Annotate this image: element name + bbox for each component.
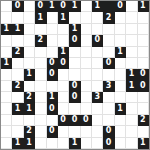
empty-cell-r12c1[interactable]: [1, 126, 12, 137]
empty-cell-r10c8[interactable]: [81, 103, 92, 114]
empty-cell-r13c6[interactable]: [58, 138, 69, 149]
clue-cell-r11c7: 0: [69, 115, 80, 126]
empty-cell-r3c9[interactable]: [92, 24, 103, 35]
clue-cell-r9c5: 1: [47, 92, 58, 103]
clue-cell-r13c2: 1: [12, 138, 23, 149]
empty-cell-r10c7[interactable]: [69, 103, 80, 114]
empty-cell-r1c3[interactable]: [24, 1, 35, 12]
empty-cell-r8c11[interactable]: [115, 81, 126, 92]
empty-cell-r12c7[interactable]: [69, 126, 80, 137]
empty-cell-r3c5[interactable]: [47, 24, 58, 35]
clue-cell-r11c6: 0: [58, 115, 69, 126]
empty-cell-r4c1[interactable]: [1, 35, 12, 46]
empty-cell-r1c12[interactable]: [126, 1, 137, 12]
clue-cell-r2c6: 1: [58, 12, 69, 23]
empty-cell-r5c3[interactable]: [24, 47, 35, 58]
clue-cell-r7c3: 1: [24, 69, 35, 80]
empty-cell-r12c8[interactable]: [81, 126, 92, 137]
clue-cell-r5c2: 2: [12, 47, 23, 58]
clue-cell-r4c4: 2: [35, 35, 46, 46]
empty-cell-r10c1[interactable]: [1, 103, 12, 114]
empty-cell-r3c4[interactable]: [35, 24, 46, 35]
empty-cell-r7c7[interactable]: [69, 69, 80, 80]
empty-cell-r11c4[interactable]: [35, 115, 46, 126]
clue-cell-r7c12: 1: [126, 69, 137, 80]
clue-cell-r3c2: 1: [12, 24, 23, 35]
empty-cell-r3c6[interactable]: [58, 24, 69, 35]
clue-cell-r13c13: 1: [138, 138, 149, 149]
empty-cell-r6c2[interactable]: [12, 58, 23, 69]
empty-cell-r3c3[interactable]: [24, 24, 35, 35]
clue-cell-r12c10: 0: [103, 126, 114, 137]
clue-cell-r1c7: 1: [69, 1, 80, 12]
empty-cell-r8c1[interactable]: [1, 81, 12, 92]
empty-cell-r8c3[interactable]: [24, 81, 35, 92]
empty-cell-r3c11[interactable]: [115, 24, 126, 35]
empty-cell-r13c4[interactable]: [35, 138, 46, 149]
empty-cell-r4c12[interactable]: [126, 35, 137, 46]
empty-cell-r13c12[interactable]: [126, 138, 137, 149]
empty-cell-r10c4[interactable]: [35, 103, 46, 114]
empty-cell-r4c11[interactable]: [115, 35, 126, 46]
clue-cell-r5c6: 1: [58, 47, 69, 58]
empty-cell-r12c6[interactable]: [58, 126, 69, 137]
empty-cell-r10c13[interactable]: [138, 103, 149, 114]
empty-cell-r12c2[interactable]: [12, 126, 23, 137]
empty-cell-r9c11[interactable]: [115, 92, 126, 103]
empty-cell-r4c10[interactable]: [103, 35, 114, 46]
empty-cell-r6c7[interactable]: [69, 58, 80, 69]
empty-cell-r7c4[interactable]: [35, 69, 46, 80]
empty-cell-r6c11[interactable]: [115, 58, 126, 69]
empty-cell-r11c11[interactable]: [115, 115, 126, 126]
clue-cell-r9c7: 0: [69, 92, 80, 103]
clue-cell-r6c10: 0: [103, 58, 114, 69]
clue-cell-r1c9: 1: [92, 1, 103, 12]
clue-cell-r1c5: 1: [47, 1, 58, 12]
empty-cell-r2c9[interactable]: [92, 12, 103, 23]
empty-cell-r7c8[interactable]: [81, 69, 92, 80]
empty-cell-r5c13[interactable]: [138, 47, 149, 58]
akari-board: 0010110111211120021110001010203102103110…: [0, 0, 150, 150]
empty-cell-r1c8[interactable]: [81, 1, 92, 12]
empty-cell-r6c3[interactable]: [24, 58, 35, 69]
wall-cell-r1c10: [103, 1, 114, 12]
clue-cell-r12c3: 2: [24, 126, 35, 137]
empty-cell-r7c10[interactable]: [103, 69, 114, 80]
empty-cell-r11c2[interactable]: [12, 115, 23, 126]
clue-cell-r7c5: 0: [47, 69, 58, 80]
empty-cell-r10c12[interactable]: [126, 103, 137, 114]
empty-cell-r2c2[interactable]: [12, 12, 23, 23]
empty-cell-r9c13[interactable]: [138, 92, 149, 103]
empty-cell-r11c3[interactable]: [24, 115, 35, 126]
empty-cell-r2c12[interactable]: [126, 12, 137, 23]
clue-cell-r1c11: 0: [115, 1, 126, 12]
empty-cell-r5c4[interactable]: [35, 47, 46, 58]
empty-cell-r9c4[interactable]: [35, 92, 46, 103]
clue-cell-r8c12: 1: [126, 81, 137, 92]
empty-cell-r6c9[interactable]: [92, 58, 103, 69]
clue-cell-r10c5: 0: [47, 103, 58, 114]
empty-cell-r9c12[interactable]: [126, 92, 137, 103]
clue-cell-r1c13: 1: [138, 1, 149, 12]
empty-cell-r9c8[interactable]: [81, 92, 92, 103]
clue-cell-r8c2: 2: [12, 81, 23, 92]
empty-cell-r2c11[interactable]: [115, 12, 126, 23]
empty-cell-r11c9[interactable]: [92, 115, 103, 126]
empty-cell-r2c8[interactable]: [81, 12, 92, 23]
clue-cell-r6c5: 0: [47, 58, 58, 69]
empty-cell-r3c13[interactable]: [138, 24, 149, 35]
empty-cell-r8c6[interactable]: [58, 81, 69, 92]
empty-cell-r12c13[interactable]: [138, 126, 149, 137]
empty-cell-r6c12[interactable]: [126, 58, 137, 69]
empty-cell-r2c1[interactable]: [1, 12, 12, 23]
empty-cell-r11c10[interactable]: [103, 115, 114, 126]
empty-cell-r5c10[interactable]: [103, 47, 114, 58]
clue-cell-r11c13: 2: [138, 115, 149, 126]
clue-cell-r2c4: 1: [35, 12, 46, 23]
empty-cell-r5c7[interactable]: [69, 47, 80, 58]
empty-cell-r8c9[interactable]: [92, 81, 103, 92]
empty-cell-r9c10[interactable]: [103, 92, 114, 103]
empty-cell-r8c8[interactable]: [81, 81, 92, 92]
clue-cell-r3c7: 1: [69, 24, 80, 35]
clue-cell-r13c7: 1: [69, 138, 80, 149]
empty-cell-r9c1[interactable]: [1, 92, 12, 103]
empty-cell-r6c4[interactable]: [35, 58, 46, 69]
empty-cell-r5c1[interactable]: [1, 47, 12, 58]
clue-cell-r2c10: 2: [103, 12, 114, 23]
empty-cell-r7c1[interactable]: [1, 69, 12, 80]
empty-cell-r2c13[interactable]: [138, 12, 149, 23]
empty-cell-r1c1[interactable]: [1, 1, 12, 12]
empty-cell-r12c9[interactable]: [92, 126, 103, 137]
clue-cell-r11c8: 0: [81, 115, 92, 126]
empty-cell-r12c11[interactable]: [115, 126, 126, 137]
clue-cell-r8c13: 0: [138, 81, 149, 92]
empty-cell-r7c6[interactable]: [58, 69, 69, 80]
empty-cell-r4c5[interactable]: [47, 35, 58, 46]
empty-cell-r5c8[interactable]: [81, 47, 92, 58]
empty-cell-r6c13[interactable]: [138, 58, 149, 69]
empty-cell-r5c9[interactable]: [92, 47, 103, 58]
clue-cell-r12c5: 0: [47, 126, 58, 137]
empty-cell-r10c10[interactable]: [103, 103, 114, 114]
empty-cell-r8c5[interactable]: [47, 81, 58, 92]
clue-cell-r10c2: 1: [12, 103, 23, 114]
empty-cell-r11c1[interactable]: [1, 115, 12, 126]
clue-cell-r4c9: 0: [92, 35, 103, 46]
clue-cell-r10c3: 1: [24, 103, 35, 114]
empty-cell-r12c12[interactable]: [126, 126, 137, 137]
empty-cell-r4c13[interactable]: [138, 35, 149, 46]
empty-cell-r2c5[interactable]: [47, 12, 58, 23]
clue-cell-r7c13: 0: [138, 69, 149, 80]
empty-cell-r2c7[interactable]: [69, 12, 80, 23]
clue-cell-r6c1: 1: [1, 58, 12, 69]
clue-cell-r13c10: 0: [103, 138, 114, 149]
empty-cell-r4c3[interactable]: [24, 35, 35, 46]
empty-cell-r2c3[interactable]: [24, 12, 35, 23]
empty-cell-r7c11[interactable]: [115, 69, 126, 80]
clue-cell-r1c4: 0: [35, 1, 46, 12]
empty-cell-r13c11[interactable]: [115, 138, 126, 149]
empty-cell-r10c9[interactable]: [92, 103, 103, 114]
empty-cell-r4c2[interactable]: [12, 35, 23, 46]
clue-cell-r8c10: 3: [103, 81, 114, 92]
clue-cell-r13c3: 1: [24, 138, 35, 149]
clue-cell-r10c11: 1: [115, 103, 126, 114]
clue-cell-r5c11: 1: [115, 47, 126, 58]
empty-cell-r13c5[interactable]: [47, 138, 58, 149]
clue-cell-r1c2: 0: [12, 1, 23, 12]
empty-cell-r5c12[interactable]: [126, 47, 137, 58]
empty-cell-r13c8[interactable]: [81, 138, 92, 149]
empty-cell-r13c9[interactable]: [92, 138, 103, 149]
empty-cell-r9c2[interactable]: [12, 92, 23, 103]
clue-cell-r9c9: 3: [92, 92, 103, 103]
empty-cell-r10c6[interactable]: [58, 103, 69, 114]
clue-cell-r4c7: 0: [69, 35, 80, 46]
empty-cell-r3c12[interactable]: [126, 24, 137, 35]
empty-cell-r3c10[interactable]: [103, 24, 114, 35]
empty-cell-r6c8[interactable]: [81, 58, 92, 69]
empty-cell-r9c6[interactable]: [58, 92, 69, 103]
clue-cell-r1c6: 0: [58, 1, 69, 12]
clue-cell-r6c6: 0: [58, 58, 69, 69]
empty-cell-r11c12[interactable]: [126, 115, 137, 126]
empty-cell-r4c6[interactable]: [58, 35, 69, 46]
clue-cell-r9c3: 2: [24, 92, 35, 103]
empty-cell-r3c8[interactable]: [81, 24, 92, 35]
empty-cell-r4c8[interactable]: [81, 35, 92, 46]
empty-cell-r8c4[interactable]: [35, 81, 46, 92]
empty-cell-r5c5[interactable]: [47, 47, 58, 58]
empty-cell-r7c9[interactable]: [92, 69, 103, 80]
empty-cell-r13c1[interactable]: [1, 138, 12, 149]
empty-cell-r12c4[interactable]: [35, 126, 46, 137]
empty-cell-r11c5[interactable]: [47, 115, 58, 126]
empty-cell-r7c2[interactable]: [12, 69, 23, 80]
clue-cell-r3c1: 1: [1, 24, 12, 35]
clue-cell-r8c7: 0: [69, 81, 80, 92]
